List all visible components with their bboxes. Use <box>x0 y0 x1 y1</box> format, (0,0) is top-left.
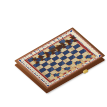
brass-latch-icon <box>83 69 88 74</box>
dark-piece-glyph: ♟ <box>71 38 79 43</box>
light-piece-glyph: ♜ <box>89 54 98 60</box>
chess-board: ♜♞♝♛♚♝♞♜♟♟♟♟♟♟♟♟♟♟♟♟♟♟♟♟♜♞♝♛♚♝♞♜ <box>14 27 105 89</box>
chess-set-photo: ♜♞♝♛♚♝♞♜♟♟♟♟♟♟♟♟♟♟♟♟♟♟♟♟♜♞♝♛♚♝♞♜ <box>0 0 107 107</box>
pieces-layer: ♜♞♝♛♚♝♞♜♟♟♟♟♟♟♟♟♟♟♟♟♟♟♟♟♜♞♝♛♚♝♞♜ <box>14 27 105 89</box>
